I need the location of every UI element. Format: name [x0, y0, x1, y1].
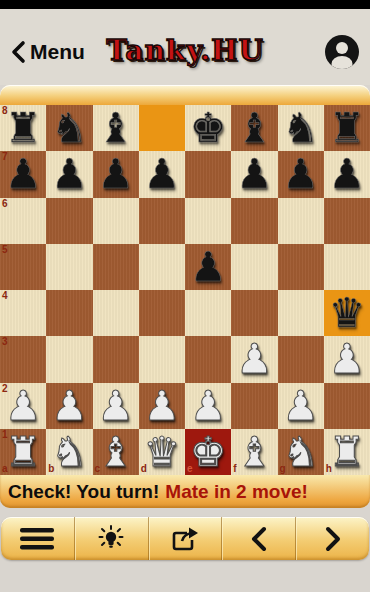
square-b3[interactable] — [46, 336, 92, 382]
user-avatar-icon — [324, 34, 360, 70]
chevron-left-icon — [8, 40, 28, 64]
square-a8[interactable]: 8♜ — [0, 105, 46, 151]
menu-button[interactable] — [1, 517, 74, 560]
square-h3[interactable]: ♟ — [324, 336, 370, 382]
square-e6[interactable] — [185, 198, 231, 244]
piece-black-pawn[interactable]: ♟ — [190, 244, 227, 290]
forward-button[interactable] — [295, 517, 369, 560]
piece-white-pawn[interactable]: ♟ — [51, 383, 88, 429]
square-e1[interactable]: e♚ — [185, 429, 231, 475]
piece-white-knight[interactable]: ♞ — [51, 429, 88, 475]
square-d1[interactable]: d♛ — [139, 429, 185, 475]
chevron-left-icon — [248, 526, 270, 552]
system-status-bar — [0, 0, 370, 9]
square-a2[interactable]: 2♟ — [0, 383, 46, 429]
piece-black-pawn[interactable]: ♟ — [97, 151, 134, 197]
share-icon — [170, 525, 200, 553]
square-g4[interactable] — [278, 290, 324, 336]
piece-white-rook[interactable]: ♜ — [5, 429, 42, 475]
square-a7[interactable]: 7♟ — [0, 151, 46, 197]
square-e3[interactable] — [185, 336, 231, 382]
square-b1[interactable]: b♞ — [46, 429, 92, 475]
piece-white-pawn[interactable]: ♟ — [5, 383, 42, 429]
user-avatar-button[interactable] — [324, 34, 360, 70]
square-d3[interactable] — [139, 336, 185, 382]
square-c6[interactable] — [93, 198, 139, 244]
rank-label-5: 5 — [2, 245, 8, 255]
bottom-toolbar — [1, 517, 369, 560]
square-c5[interactable] — [93, 244, 139, 290]
square-d6[interactable] — [139, 198, 185, 244]
piece-black-knight[interactable]: ♞ — [282, 105, 319, 151]
square-g5[interactable] — [278, 244, 324, 290]
square-b4[interactable] — [46, 290, 92, 336]
status-check-text: Check! You turn! — [8, 481, 159, 503]
square-c7[interactable]: ♟ — [93, 151, 139, 197]
piece-black-pawn[interactable]: ♟ — [328, 151, 365, 197]
piece-black-king[interactable]: ♚ — [190, 105, 227, 151]
piece-black-knight[interactable]: ♞ — [51, 105, 88, 151]
square-b8[interactable]: ♞ — [46, 105, 92, 151]
square-f1[interactable]: f♝ — [231, 429, 277, 475]
piece-black-pawn[interactable]: ♟ — [51, 151, 88, 197]
square-b6[interactable] — [46, 198, 92, 244]
square-h2[interactable] — [324, 383, 370, 429]
piece-black-bishop[interactable]: ♝ — [97, 105, 134, 151]
piece-white-queen[interactable]: ♛ — [143, 429, 180, 475]
square-b2[interactable]: ♟ — [46, 383, 92, 429]
piece-black-rook[interactable]: ♜ — [5, 105, 42, 151]
square-d2[interactable]: ♟ — [139, 383, 185, 429]
piece-white-pawn[interactable]: ♟ — [236, 336, 273, 382]
square-h8[interactable]: ♜ — [324, 105, 370, 151]
piece-black-pawn[interactable]: ♟ — [5, 151, 42, 197]
square-a6[interactable]: 6 — [0, 198, 46, 244]
square-h5[interactable] — [324, 244, 370, 290]
share-button[interactable] — [148, 517, 222, 560]
piece-black-rook[interactable]: ♜ — [328, 105, 365, 151]
square-g7[interactable]: ♟ — [278, 151, 324, 197]
status-mate-text: Mate in 2 move! — [165, 481, 308, 503]
piece-black-queen[interactable]: ♛ — [328, 290, 365, 336]
hamburger-icon — [19, 526, 55, 552]
square-e4[interactable] — [185, 290, 231, 336]
rank-label-3: 3 — [2, 337, 8, 347]
square-c3[interactable] — [93, 336, 139, 382]
square-f3[interactable]: ♟ — [231, 336, 277, 382]
square-e5[interactable]: ♟ — [185, 244, 231, 290]
piece-white-pawn[interactable]: ♟ — [97, 383, 134, 429]
square-h1[interactable]: h♜ — [324, 429, 370, 475]
square-a3[interactable]: 3 — [0, 336, 46, 382]
square-f8[interactable]: ♝ — [231, 105, 277, 151]
square-g6[interactable] — [278, 198, 324, 244]
square-d5[interactable] — [139, 244, 185, 290]
piece-black-pawn[interactable]: ♟ — [282, 151, 319, 197]
square-g8[interactable]: ♞ — [278, 105, 324, 151]
hint-button[interactable] — [74, 517, 148, 560]
square-f6[interactable] — [231, 198, 277, 244]
lightbulb-icon — [97, 525, 125, 553]
square-h6[interactable] — [324, 198, 370, 244]
status-bar: Check! You turn! Mate in 2 move! — [0, 475, 370, 508]
piece-black-bishop[interactable]: ♝ — [236, 105, 273, 151]
piece-white-bishop[interactable]: ♝ — [97, 429, 134, 475]
app-logo: Tanky.HU — [106, 34, 264, 67]
square-d7[interactable]: ♟ — [139, 151, 185, 197]
menu-back-button[interactable]: Menu — [8, 40, 85, 64]
square-f2[interactable] — [231, 383, 277, 429]
square-b7[interactable]: ♟ — [46, 151, 92, 197]
square-e7[interactable] — [185, 151, 231, 197]
square-c1[interactable]: c♝ — [93, 429, 139, 475]
back-button[interactable] — [221, 517, 295, 560]
square-h4[interactable]: ♛ — [324, 290, 370, 336]
square-f7[interactable]: ♟ — [231, 151, 277, 197]
piece-white-pawn[interactable]: ♟ — [143, 383, 180, 429]
square-c4[interactable] — [93, 290, 139, 336]
piece-white-king[interactable]: ♚ — [190, 429, 227, 475]
piece-black-pawn[interactable]: ♟ — [236, 151, 273, 197]
square-g3[interactable] — [278, 336, 324, 382]
rank-label-4: 4 — [2, 291, 8, 301]
app-header: Menu Tanky.HU — [0, 9, 370, 85]
square-a5[interactable]: 5 — [0, 244, 46, 290]
chess-board: 8♜♞♝♚♝♞♜7♟♟♟♟♟♟♟65♟4♛3♟♟2♟♟♟♟♟♟1a♜b♞c♝d♛… — [0, 105, 370, 475]
piece-white-rook[interactable]: ♜ — [328, 429, 365, 475]
square-b5[interactable] — [46, 244, 92, 290]
piece-white-pawn[interactable]: ♟ — [190, 383, 227, 429]
square-c8[interactable]: ♝ — [93, 105, 139, 151]
square-f5[interactable] — [231, 244, 277, 290]
square-e8[interactable]: ♚ — [185, 105, 231, 151]
piece-white-pawn[interactable]: ♟ — [328, 336, 365, 382]
square-g1[interactable]: g♞ — [278, 429, 324, 475]
square-e2[interactable]: ♟ — [185, 383, 231, 429]
piece-white-pawn[interactable]: ♟ — [282, 383, 319, 429]
square-d8[interactable] — [139, 105, 185, 151]
chevron-right-icon — [322, 526, 344, 552]
square-d4[interactable] — [139, 290, 185, 336]
piece-white-bishop[interactable]: ♝ — [236, 429, 273, 475]
square-h7[interactable]: ♟ — [324, 151, 370, 197]
rank-label-6: 6 — [2, 199, 8, 209]
square-c2[interactable]: ♟ — [93, 383, 139, 429]
board-top-frame — [0, 85, 370, 105]
square-a1[interactable]: 1a♜ — [0, 429, 46, 475]
piece-white-knight[interactable]: ♞ — [282, 429, 319, 475]
menu-back-label: Menu — [30, 40, 85, 64]
square-g2[interactable]: ♟ — [278, 383, 324, 429]
square-a4[interactable]: 4 — [0, 290, 46, 336]
square-f4[interactable] — [231, 290, 277, 336]
piece-black-pawn[interactable]: ♟ — [143, 151, 180, 197]
